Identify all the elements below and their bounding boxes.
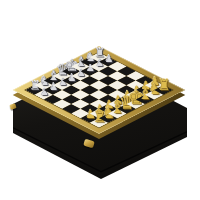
piece-glyph: ♜ — [157, 78, 170, 93]
piece-glyph: ♟ — [104, 54, 113, 63]
chess-set-photo: ♜♞♝♛♚♝♞♜♟♟♟♟♟♟♟♟♟♟♟♟♟♟♟♟♜♞♝♛♚♝♞♜ — [0, 0, 200, 200]
